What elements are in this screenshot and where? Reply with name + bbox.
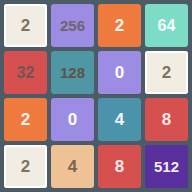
tile-r1-c4-value-64: 64 (145, 4, 188, 47)
tile-r4-c1-value-2: 2 (4, 145, 47, 188)
tile-r1-c2-value-256: 256 (51, 4, 94, 47)
tile-r2-c1-value-32: 32 (4, 51, 47, 94)
tile-r3-c2-value-0: 0 (51, 98, 94, 141)
tile-r4-c2-value-4: 4 (51, 145, 94, 188)
tile-r4-c3-value-8: 8 (98, 145, 141, 188)
tile-r1-c1-value-2: 2 (4, 4, 47, 47)
tile-r3-c1-value-2: 2 (4, 98, 47, 141)
tile-r3-c4-value-8: 8 (145, 98, 188, 141)
tile-r3-c3-value-4: 4 (98, 98, 141, 141)
tile-r2-c2-value-128: 128 (51, 51, 94, 94)
game-board[interactable]: 225626432128022048248512 (0, 0, 192, 192)
tile-r2-c4-value-2: 2 (145, 51, 188, 94)
tile-r4-c4-value-512: 512 (145, 145, 188, 188)
tile-r1-c3-value-2: 2 (98, 4, 141, 47)
tile-r2-c3-value-0: 0 (98, 51, 141, 94)
